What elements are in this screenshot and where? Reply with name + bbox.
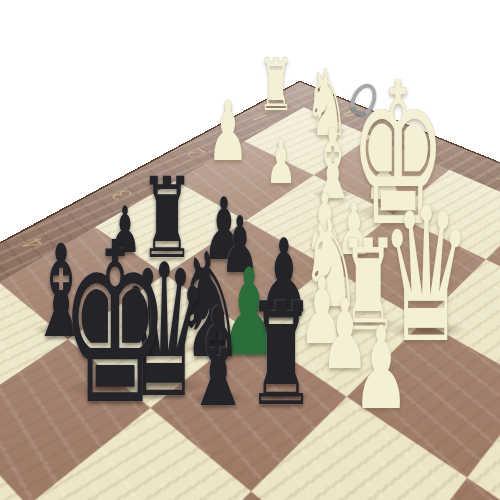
- white-pawn[interactable]: ♟: [353, 312, 409, 426]
- white-rook[interactable]: ♜: [258, 49, 294, 121]
- file-label: c: [491, 171, 500, 187]
- black-king[interactable]: ♚: [60, 213, 169, 435]
- black-bishop[interactable]: ♝: [184, 290, 251, 426]
- black-rook[interactable]: ♜: [246, 284, 316, 426]
- white-pawn[interactable]: ♟: [208, 90, 249, 173]
- chess-set-photo: abcdefgh12345678 ♜♞♟♟♝♟♚♟♜♟♟♟♟♞♟♟♜♝♛♟♞♟♛…: [0, 0, 500, 500]
- white-pawn[interactable]: ♟: [266, 131, 296, 192]
